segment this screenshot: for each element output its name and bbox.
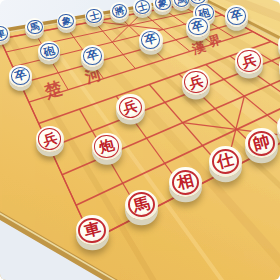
piece-red-advisor[interactable]: 仕 (209, 146, 242, 176)
piece-blue-soldier[interactable]: 卒 (81, 45, 105, 67)
piece-blue-advisor[interactable]: 士 (85, 7, 104, 24)
piece-blue-cannon[interactable]: 砲 (38, 41, 60, 61)
piece-blue-soldier[interactable]: 卒 (139, 29, 163, 51)
piece-red-cannon[interactable]: 炮 (92, 133, 122, 161)
piece-red-chariot[interactable]: 車 (76, 215, 109, 245)
piece-red-soldier[interactable]: 兵 (116, 94, 144, 120)
piece-blue-elephant[interactable]: 象 (57, 12, 76, 29)
piece-blue-horse[interactable]: 馬 (25, 18, 44, 35)
piece-red-soldier[interactable]: 兵 (182, 69, 210, 95)
piece-blue-soldier[interactable]: 卒 (9, 65, 33, 87)
piece-blue-soldier[interactable]: 卒 (225, 5, 249, 27)
xiangqi-product-photo: 楚河漢界 車馬象士將士象馬車砲砲卒卒卒卒卒兵兵兵兵兵炮炮車馬相仕帥仕相馬車 (0, 0, 280, 280)
piece-red-soldier[interactable]: 兵 (235, 48, 263, 74)
piece-blue-advisor[interactable]: 士 (133, 0, 152, 15)
piece-red-soldier[interactable]: 兵 (36, 126, 64, 152)
piece-red-elephant[interactable]: 相 (169, 167, 202, 197)
piece-blue-soldier[interactable]: 卒 (186, 16, 210, 38)
piece-red-general[interactable]: 帥 (245, 128, 278, 158)
piece-blue-general[interactable]: 將 (110, 2, 129, 19)
piece-red-horse[interactable]: 馬 (125, 190, 158, 220)
piece-blue-chariot[interactable]: 車 (0, 25, 10, 42)
